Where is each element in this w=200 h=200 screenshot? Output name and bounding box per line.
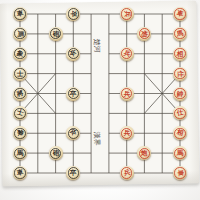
- piece-red-advisor[interactable]: 仕: [173, 67, 187, 81]
- piece-red-general[interactable]: 帥: [173, 87, 187, 101]
- piece-red-chariot[interactable]: 車: [173, 7, 187, 21]
- piece-red-soldier[interactable]: 兵: [120, 7, 134, 21]
- piece-black-soldier[interactable]: 卒: [66, 47, 80, 61]
- red-soldier-glyph: 兵: [120, 47, 134, 61]
- red-soldier-glyph: 兵: [121, 8, 133, 20]
- piece-red-chariot[interactable]: 車: [173, 166, 187, 180]
- black-general-glyph: 將: [13, 87, 27, 101]
- black-soldier-glyph: 卒: [67, 8, 79, 20]
- red-elephant-glyph: 相: [174, 48, 185, 59]
- river-label-han-jie: 漢界: [92, 132, 100, 142]
- black-cannon-glyph: 砲: [50, 147, 61, 158]
- black-chariot-glyph: 車: [13, 166, 27, 180]
- piece-black-cannon[interactable]: 砲: [49, 146, 63, 160]
- red-horse-glyph: 馬: [173, 27, 187, 41]
- piece-red-soldier[interactable]: 兵: [120, 47, 134, 61]
- black-soldier-glyph: 卒: [68, 88, 79, 99]
- river-label-chu-he: 楚河: [92, 39, 100, 49]
- black-chariot-glyph: 車: [13, 7, 27, 21]
- piece-red-soldier[interactable]: 兵: [120, 87, 134, 101]
- piece-black-soldier[interactable]: 卒: [66, 166, 80, 180]
- piece-red-horse[interactable]: 馬: [173, 27, 187, 41]
- piece-red-soldier[interactable]: 兵: [120, 166, 134, 180]
- black-horse-glyph: 馬: [14, 147, 25, 158]
- red-soldier-glyph: 兵: [120, 166, 134, 180]
- piece-red-soldier[interactable]: 兵: [120, 126, 134, 140]
- red-soldier-glyph: 兵: [121, 128, 132, 139]
- red-chariot-glyph: 車: [173, 7, 187, 21]
- piece-red-elephant[interactable]: 相: [173, 47, 187, 61]
- black-advisor-glyph: 士: [14, 68, 25, 79]
- piece-black-horse[interactable]: 馬: [13, 27, 27, 41]
- red-advisor-glyph: 仕: [173, 107, 187, 121]
- piece-black-soldier[interactable]: 卒: [66, 87, 80, 101]
- piece-black-elephant[interactable]: 象: [13, 126, 27, 140]
- black-soldier-glyph: 卒: [68, 167, 79, 178]
- piece-black-soldier[interactable]: 卒: [66, 7, 80, 21]
- red-cannon-glyph: 炮: [139, 28, 151, 40]
- red-advisor-glyph: 仕: [174, 68, 186, 80]
- piece-red-horse[interactable]: 馬: [173, 146, 187, 160]
- red-cannon-glyph: 炮: [139, 147, 150, 158]
- black-horse-glyph: 馬: [14, 28, 26, 40]
- board-photo: 楚河 漢界 車馬象士將士象馬車砲砲卒卒卒卒卒兵兵兵兵兵炮炮車馬相仕帥仕相馬車: [0, 0, 200, 200]
- piece-black-advisor[interactable]: 士: [13, 67, 27, 81]
- black-cannon-glyph: 砲: [50, 28, 61, 39]
- piece-black-chariot[interactable]: 車: [13, 166, 27, 180]
- piece-black-elephant[interactable]: 象: [13, 47, 27, 61]
- red-general-glyph: 帥: [174, 88, 185, 99]
- black-elephant-glyph: 象: [13, 47, 27, 61]
- piece-black-cannon[interactable]: 砲: [49, 27, 63, 41]
- red-soldier-glyph: 兵: [121, 88, 132, 99]
- piece-red-cannon[interactable]: 炮: [137, 146, 151, 160]
- red-horse-glyph: 馬: [174, 147, 185, 158]
- piece-black-general[interactable]: 將: [13, 87, 27, 101]
- piece-black-horse[interactable]: 馬: [13, 146, 27, 160]
- piece-red-cannon[interactable]: 炮: [137, 27, 151, 41]
- piece-black-chariot[interactable]: 車: [13, 7, 27, 21]
- black-soldier-glyph: 卒: [67, 47, 81, 61]
- board-grid: [0, 0, 200, 200]
- black-elephant-glyph: 象: [14, 127, 26, 139]
- red-chariot-glyph: 車: [174, 167, 186, 179]
